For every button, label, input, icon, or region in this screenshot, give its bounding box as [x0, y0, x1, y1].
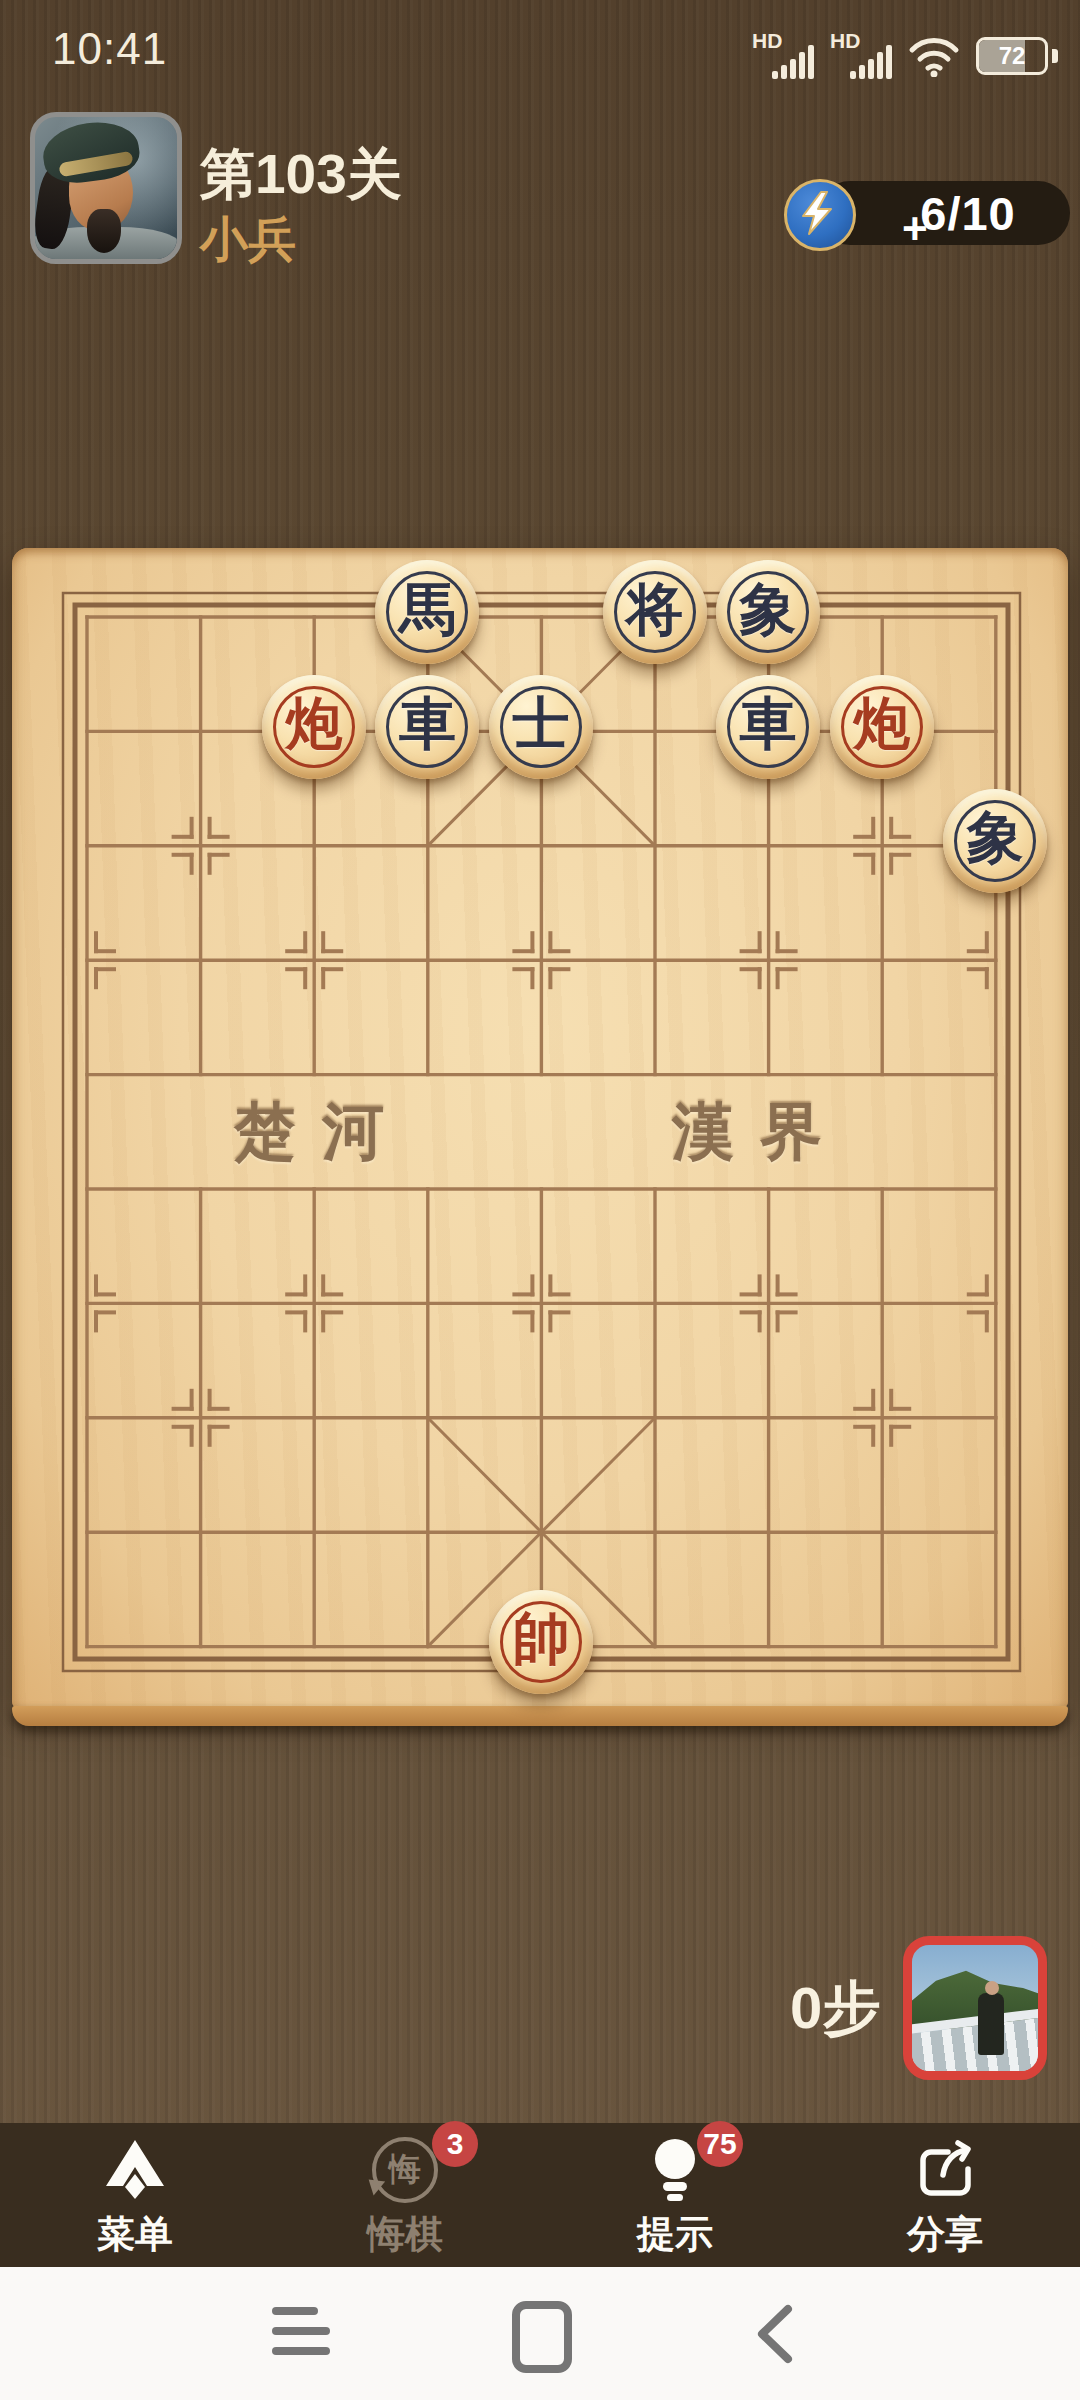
- piece-将[interactable]: 将: [603, 560, 707, 664]
- share-button[interactable]: 分享: [810, 2123, 1080, 2267]
- energy-value: 6/10: [920, 186, 1015, 241]
- android-navbar: [0, 2267, 1080, 2400]
- status-icons: HD HD 72: [752, 30, 1058, 82]
- nav-back-icon[interactable]: [752, 2303, 796, 2365]
- piece-帥[interactable]: 帥: [489, 1590, 593, 1694]
- share-label: 分享: [907, 2209, 983, 2260]
- hint-bulb-icon: [647, 2137, 703, 2203]
- piece-象[interactable]: 象: [943, 789, 1047, 893]
- battery-nub: [1052, 49, 1058, 63]
- energy-lightning-icon: [784, 179, 856, 251]
- share-icon: [914, 2139, 976, 2201]
- undo-icon: 悔: [372, 2137, 438, 2203]
- menu-label: 菜单: [97, 2209, 173, 2260]
- nav-menu-icon[interactable]: [272, 2307, 330, 2355]
- piece-士[interactable]: 士: [489, 675, 593, 779]
- nav-home-icon[interactable]: [512, 2301, 572, 2373]
- level-title: 第103关: [200, 138, 402, 212]
- hint-badge: 75: [697, 2121, 743, 2167]
- piece-車[interactable]: 車: [716, 675, 820, 779]
- undo-label: 悔棋: [367, 2209, 443, 2260]
- piece-炮[interactable]: 炮: [262, 675, 366, 779]
- energy-pill[interactable]: + 6/10: [818, 181, 1070, 245]
- energy-plus: +: [902, 207, 928, 251]
- hint-label: 提示: [637, 2209, 713, 2260]
- undo-button[interactable]: 悔 3 悔棋: [270, 2123, 540, 2267]
- cell-signal-icon-2: HD: [830, 31, 892, 81]
- menu-button[interactable]: 菜单: [0, 2123, 270, 2267]
- photo-thumbnail[interactable]: [903, 1936, 1047, 2080]
- avatar[interactable]: [30, 112, 182, 264]
- piece-車[interactable]: 車: [375, 675, 479, 779]
- hint-button[interactable]: 75 提示: [540, 2123, 810, 2267]
- battery-icon: 72: [976, 37, 1048, 75]
- piece-象[interactable]: 象: [716, 560, 820, 664]
- menu-icon: [102, 2138, 168, 2202]
- cell-signal-icon-1: HD: [752, 31, 814, 81]
- xiangqi-board[interactable]: 楚河 漢界 馬将象炮車士車炮象帥: [12, 548, 1068, 1726]
- level-difficulty: 小兵: [200, 208, 296, 272]
- piece-grid: 馬将象炮車士車炮象帥: [30, 560, 1052, 1704]
- board-edge: [12, 1706, 1068, 1726]
- battery-percent: 72: [979, 40, 1045, 72]
- piece-炮[interactable]: 炮: [830, 675, 934, 779]
- bottom-toolbar: 菜单 悔 3 悔棋 75 提示: [0, 2123, 1080, 2267]
- undo-badge: 3: [432, 2121, 478, 2167]
- clock: 10:41: [52, 24, 167, 74]
- wifi-icon: [908, 35, 960, 77]
- piece-馬[interactable]: 馬: [375, 560, 479, 664]
- move-counter: 0步: [790, 1970, 880, 2048]
